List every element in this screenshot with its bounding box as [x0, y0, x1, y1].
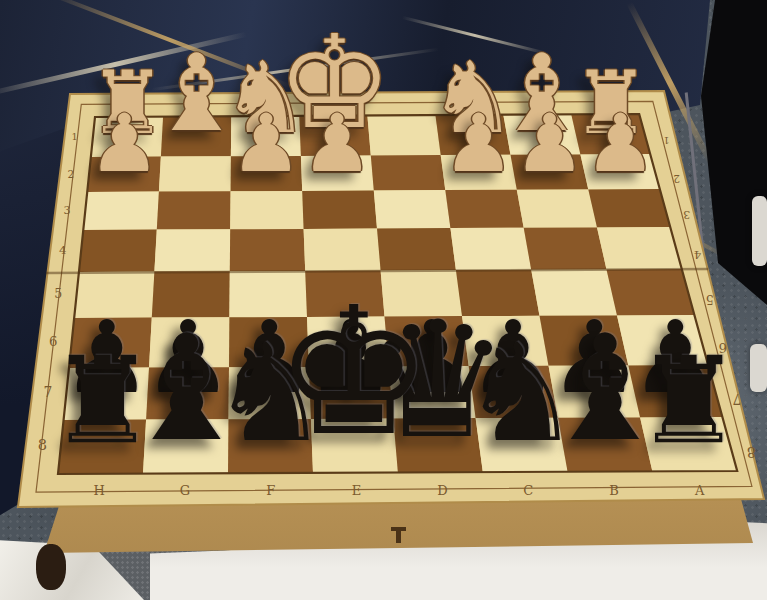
file-label-g: G: [180, 483, 190, 498]
square-f4[interactable]: [230, 229, 305, 271]
file-label-c: C: [523, 483, 533, 498]
file-label-d: D: [437, 483, 447, 498]
square-e4[interactable]: [304, 229, 381, 271]
square-d2[interactable]: [371, 155, 446, 190]
file-label-h: H: [93, 483, 104, 498]
file-label-e: E: [352, 483, 362, 498]
square-d3[interactable]: [374, 190, 451, 228]
rank-label-left-5: 5: [54, 286, 62, 301]
piece-white-pawn-b2[interactable]: ♟: [514, 104, 586, 184]
square-e3[interactable]: [302, 191, 377, 229]
rank-label-right-2: 2: [673, 173, 680, 185]
square-c4[interactable]: [450, 228, 531, 270]
rank-label-right-4: 4: [694, 248, 702, 262]
piece-white-pawn-f2[interactable]: ♟: [230, 104, 302, 184]
rank-label-left-1: 1: [72, 131, 78, 142]
square-g2[interactable]: [159, 156, 231, 191]
square-c3[interactable]: [445, 190, 523, 228]
square-b4[interactable]: [524, 227, 607, 269]
rank-label-left-3: 3: [63, 204, 70, 217]
piece-white-pawn-h2[interactable]: ♟: [89, 104, 161, 184]
square-b3[interactable]: [517, 189, 597, 227]
photo-scene: HGFEDCBA1122334455667788 ♜♝♞♛♚♞♝♜♟♟♟♟♟♟♟…: [0, 0, 767, 600]
rank-label-left-2: 2: [67, 168, 74, 180]
rank-label-left-4: 4: [59, 243, 67, 257]
piece-white-pawn-a2[interactable]: ♟: [585, 104, 657, 184]
file-label-f: F: [266, 483, 275, 498]
square-h4[interactable]: [79, 230, 157, 272]
square-g3[interactable]: [157, 191, 231, 229]
square-d4[interactable]: [377, 228, 456, 270]
file-label-a: A: [694, 483, 705, 498]
square-h3[interactable]: [83, 192, 159, 230]
square-a3[interactable]: [588, 189, 670, 227]
square-f3[interactable]: [230, 191, 303, 229]
square-g4[interactable]: [154, 229, 230, 271]
rank-label-right-3: 3: [683, 208, 690, 221]
rank-label-left-8: 8: [38, 436, 47, 453]
rank-label-right-1: 1: [663, 135, 669, 146]
file-label-b: B: [609, 483, 619, 498]
piece-white-pawn-c2[interactable]: ♟: [443, 104, 515, 184]
piece-black-rook-h8[interactable]: ♜: [49, 341, 157, 461]
piece-white-pawn-e2[interactable]: ♟: [301, 104, 373, 184]
rank-label-right-8: 8: [747, 444, 756, 461]
square-a4[interactable]: [597, 227, 682, 269]
